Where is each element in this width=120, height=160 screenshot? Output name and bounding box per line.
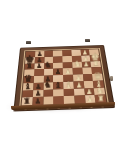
- clasp-icon: [110, 76, 113, 81]
- board-square: ♟: [34, 63, 44, 70]
- chess-piece-light-r: ♜: [93, 60, 100, 68]
- chess-piece-light-p: ♟: [65, 69, 71, 76]
- board-frame-inner-line: ♟♟♚♟♟♚♜♟♞♞♟♜♟♟♛♟♟♛♝♟♞♝♝♟♝♟♟♞♜♟♟♜: [19, 48, 109, 107]
- chess-piece-dark-n: ♞: [44, 81, 52, 90]
- board-square: ♝: [53, 82, 63, 89]
- chess-piece-dark-p: ♟: [55, 69, 61, 76]
- board-square: ♝: [23, 83, 34, 90]
- board-square: ♟: [63, 68, 73, 75]
- board-square: ♝: [63, 81, 73, 88]
- chess-piece-dark-b: ♝: [24, 81, 32, 90]
- chess-piece-dark-n: ♞: [45, 61, 52, 69]
- board-grid: ♟♟♚♟♟♚♜♟♞♞♟♜♟♟♛♟♟♛♝♟♞♝♝♟♝♟♟♞♜♟♟♜: [22, 49, 107, 105]
- chess-piece-dark-p: ♟: [36, 63, 42, 70]
- chess-piece-light-p: ♟: [84, 62, 90, 69]
- chess-piece-dark-b: ♝: [54, 80, 62, 89]
- hinge-right-icon: [85, 39, 90, 42]
- board-square: ♞: [44, 63, 54, 70]
- chess-piece-light-b: ♝: [64, 80, 72, 89]
- chess-board: ♟♟♚♟♟♚♜♟♞♞♟♜♟♟♛♟♟♛♝♟♞♝♝♟♝♟♟♞♜♟♟♜ 8765432…: [13, 45, 115, 112]
- board-square: ♞: [72, 62, 82, 69]
- board-square: ♜: [91, 61, 101, 68]
- board-square: ♜: [25, 63, 35, 70]
- chess-piece-light-p: ♟: [75, 82, 81, 89]
- chess-piece-dark-r: ♜: [26, 63, 33, 71]
- board-square: [82, 74, 93, 81]
- hinge-left-icon: [26, 41, 31, 44]
- product-photo: ♟♟♚♟♟♚♜♟♞♞♟♜♟♟♛♟♟♛♝♟♞♝♝♟♝♟♟♞♜♟♟♜ 8765432…: [0, 0, 120, 160]
- board-square: ♟: [73, 81, 84, 88]
- board-square: [43, 89, 53, 97]
- chess-piece-light-n: ♞: [73, 60, 80, 68]
